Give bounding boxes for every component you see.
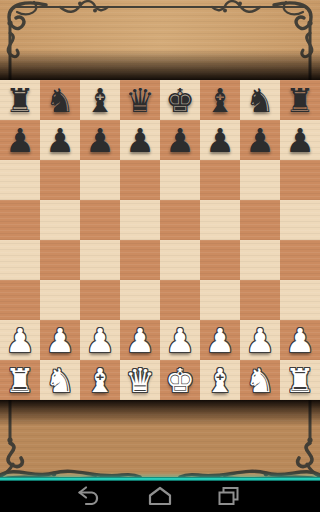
square-a7[interactable]: ♟ [0,120,40,160]
square-e3[interactable] [160,280,200,320]
square-d2[interactable]: ♟ [120,320,160,360]
square-a2[interactable]: ♟ [0,320,40,360]
square-h1[interactable]: ♜ [280,360,320,400]
square-h5[interactable] [280,200,320,240]
square-g1[interactable]: ♞ [240,360,280,400]
home-icon [145,482,175,511]
piece-black-knight: ♞ [240,80,280,120]
chess-app-screen: ♜♞♝♛♚♝♞♜♟♟♟♟♟♟♟♟♟♟♟♟♟♟♟♟♜♞♝♛♚♝♞♜ [0,0,320,512]
piece-white-queen: ♛ [120,360,160,400]
square-a1[interactable]: ♜ [0,360,40,400]
piece-white-pawn: ♟ [120,320,160,360]
piece-white-bishop: ♝ [200,360,240,400]
piece-black-knight: ♞ [40,80,80,120]
board-top-shadow [0,50,320,80]
square-c2[interactable]: ♟ [80,320,120,360]
square-f3[interactable] [200,280,240,320]
square-b8[interactable]: ♞ [40,80,80,120]
square-b7[interactable]: ♟ [40,120,80,160]
square-b4[interactable] [40,240,80,280]
square-b6[interactable] [40,160,80,200]
back-button[interactable] [75,482,105,511]
piece-white-pawn: ♟ [240,320,280,360]
square-e5[interactable] [160,200,200,240]
square-f6[interactable] [200,160,240,200]
square-h3[interactable] [280,280,320,320]
square-e8[interactable]: ♚ [160,80,200,120]
square-g8[interactable]: ♞ [240,80,280,120]
piece-white-bishop: ♝ [80,360,120,400]
piece-black-queen: ♛ [120,80,160,120]
home-button[interactable] [145,482,175,511]
square-g3[interactable] [240,280,280,320]
square-d5[interactable] [120,200,160,240]
square-a5[interactable] [0,200,40,240]
square-h2[interactable]: ♟ [280,320,320,360]
square-c4[interactable] [80,240,120,280]
piece-black-pawn: ♟ [40,120,80,160]
android-navbar [0,481,320,512]
square-b2[interactable]: ♟ [40,320,80,360]
square-e4[interactable] [160,240,200,280]
recents-button[interactable] [214,482,244,511]
piece-black-pawn: ♟ [280,120,320,160]
square-d1[interactable]: ♛ [120,360,160,400]
piece-black-bishop: ♝ [80,80,120,120]
square-d8[interactable]: ♛ [120,80,160,120]
piece-white-rook: ♜ [0,360,40,400]
piece-black-bishop: ♝ [200,80,240,120]
square-g6[interactable] [240,160,280,200]
piece-black-pawn: ♟ [240,120,280,160]
square-c6[interactable] [80,160,120,200]
square-g7[interactable]: ♟ [240,120,280,160]
square-e7[interactable]: ♟ [160,120,200,160]
board-bottom-shadow [0,400,320,426]
piece-black-pawn: ♟ [120,120,160,160]
piece-black-pawn: ♟ [200,120,240,160]
piece-white-pawn: ♟ [80,320,120,360]
square-c8[interactable]: ♝ [80,80,120,120]
square-h7[interactable]: ♟ [280,120,320,160]
piece-white-rook: ♜ [280,360,320,400]
piece-black-rook: ♜ [0,80,40,120]
square-d7[interactable]: ♟ [120,120,160,160]
piece-white-pawn: ♟ [280,320,320,360]
square-h8[interactable]: ♜ [280,80,320,120]
square-a6[interactable] [0,160,40,200]
back-arrow-icon [75,482,105,511]
square-g5[interactable] [240,200,280,240]
piece-black-rook: ♜ [280,80,320,120]
square-e1[interactable]: ♚ [160,360,200,400]
square-e2[interactable]: ♟ [160,320,200,360]
recent-apps-icon [214,482,244,511]
piece-white-king: ♚ [160,360,200,400]
piece-white-pawn: ♟ [0,320,40,360]
frame-ornament-top [0,0,320,80]
piece-white-pawn: ♟ [160,320,200,360]
square-d4[interactable] [120,240,160,280]
square-a8[interactable]: ♜ [0,80,40,120]
square-c1[interactable]: ♝ [80,360,120,400]
piece-white-knight: ♞ [40,360,80,400]
square-h4[interactable] [280,240,320,280]
square-a4[interactable] [0,240,40,280]
square-d3[interactable] [120,280,160,320]
square-b3[interactable] [40,280,80,320]
square-c5[interactable] [80,200,120,240]
square-f7[interactable]: ♟ [200,120,240,160]
square-g4[interactable] [240,240,280,280]
piece-white-pawn: ♟ [200,320,240,360]
square-c3[interactable] [80,280,120,320]
square-d6[interactable] [120,160,160,200]
square-f1[interactable]: ♝ [200,360,240,400]
piece-black-pawn: ♟ [160,120,200,160]
chess-board: ♜♞♝♛♚♝♞♜♟♟♟♟♟♟♟♟♟♟♟♟♟♟♟♟♜♞♝♛♚♝♞♜ [0,80,320,400]
piece-black-pawn: ♟ [0,120,40,160]
square-h6[interactable] [280,160,320,200]
square-e6[interactable] [160,160,200,200]
piece-black-pawn: ♟ [80,120,120,160]
piece-black-king: ♚ [160,80,200,120]
square-b5[interactable] [40,200,80,240]
square-c7[interactable]: ♟ [80,120,120,160]
square-a3[interactable] [0,280,40,320]
square-f8[interactable]: ♝ [200,80,240,120]
square-f2[interactable]: ♟ [200,320,240,360]
piece-white-knight: ♞ [240,360,280,400]
piece-white-pawn: ♟ [40,320,80,360]
frame-ornament-bottom [0,398,320,480]
square-g2[interactable]: ♟ [240,320,280,360]
square-f4[interactable] [200,240,240,280]
square-f5[interactable] [200,200,240,240]
square-b1[interactable]: ♞ [40,360,80,400]
